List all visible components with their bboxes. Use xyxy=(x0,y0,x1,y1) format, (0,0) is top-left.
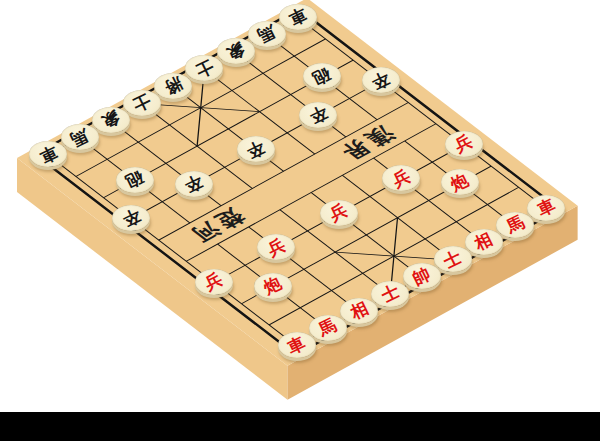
outer-border xyxy=(35,9,559,355)
piece-red-soldier[interactable]: 兵 xyxy=(445,131,483,157)
piece-character: 士 xyxy=(193,57,216,80)
piece-red-chariot[interactable]: 車 xyxy=(278,332,316,358)
piece-black-soldier[interactable]: 卒 xyxy=(237,136,275,162)
xiangqi-board[interactable]: 楚河漢界 xyxy=(17,0,578,366)
piece-character: 兵 xyxy=(203,270,226,293)
piece-character: 兵 xyxy=(452,133,475,156)
piece-black-horse[interactable]: 馬 xyxy=(61,124,99,150)
piece-black-soldier[interactable]: 卒 xyxy=(362,67,400,93)
piece-character: 象 xyxy=(99,109,122,132)
piece-character: 士 xyxy=(131,91,154,114)
piece-character: 炮 xyxy=(449,171,472,194)
piece-character: 象 xyxy=(224,40,247,63)
piece-character: 帥 xyxy=(410,265,433,288)
piece-character: 車 xyxy=(287,5,310,28)
piece-character: 卒 xyxy=(182,172,205,195)
piece-black-advisor[interactable]: 士 xyxy=(123,90,161,116)
piece-character: 炮 xyxy=(261,274,284,297)
piece-character: 車 xyxy=(37,143,60,166)
piece-character: 卒 xyxy=(369,69,392,92)
piece-black-horse[interactable]: 馬 xyxy=(248,21,286,47)
river-label-right: 漢界 xyxy=(332,122,402,165)
piece-red-advisor[interactable]: 士 xyxy=(371,281,409,307)
piece-character: 馬 xyxy=(68,126,91,149)
piece-character: 卒 xyxy=(120,207,143,230)
piece-black-soldier[interactable]: 卒 xyxy=(112,205,150,231)
piece-character: 相 xyxy=(348,299,371,322)
piece-red-cannon[interactable]: 炮 xyxy=(254,273,292,299)
piece-black-elephant[interactable]: 象 xyxy=(92,107,130,133)
piece-character: 馬 xyxy=(504,213,527,236)
piece-black-chariot[interactable]: 車 xyxy=(279,4,317,30)
piece-red-general[interactable]: 帥 xyxy=(403,263,441,289)
piece-black-general[interactable]: 將 xyxy=(154,73,192,99)
piece-character: 兵 xyxy=(265,236,288,259)
piece-character: 相 xyxy=(473,231,496,254)
piece-black-elephant[interactable]: 象 xyxy=(217,38,255,64)
piece-character: 卒 xyxy=(307,103,330,126)
piece-black-soldier[interactable]: 卒 xyxy=(175,171,213,197)
piece-character: 士 xyxy=(379,282,402,305)
piece-red-horse[interactable]: 馬 xyxy=(496,212,534,238)
board-grid-lines: 楚河漢界 xyxy=(17,0,578,366)
piece-red-elephant[interactable]: 相 xyxy=(465,229,503,255)
piece-character: 士 xyxy=(441,248,464,271)
piece-character: 兵 xyxy=(327,201,350,224)
piece-red-elephant[interactable]: 相 xyxy=(340,298,378,324)
piece-character: 砲 xyxy=(311,65,334,88)
piece-red-soldier[interactable]: 兵 xyxy=(320,200,358,226)
piece-character: 馬 xyxy=(317,317,340,340)
piece-character: 卒 xyxy=(245,138,268,161)
piece-character: 車 xyxy=(285,334,308,357)
bottom-bar xyxy=(0,412,600,441)
piece-red-soldier[interactable]: 兵 xyxy=(195,269,233,295)
piece-character: 車 xyxy=(535,196,558,219)
piece-character: 馬 xyxy=(255,23,278,46)
scene: 楚河漢界 車馬象士將士象馬車砲砲卒卒卒卒卒兵兵兵兵兵炮炮車馬相士帥士相馬車 xyxy=(0,0,600,441)
piece-red-advisor[interactable]: 士 xyxy=(434,246,472,272)
piece-black-soldier[interactable]: 卒 xyxy=(299,102,337,128)
river-label-left: 楚河 xyxy=(182,205,252,248)
piece-red-chariot[interactable]: 車 xyxy=(527,195,565,221)
piece-character: 兵 xyxy=(390,167,413,190)
piece-character: 砲 xyxy=(123,168,146,191)
piece-black-cannon[interactable]: 砲 xyxy=(116,167,154,193)
piece-character: 將 xyxy=(162,74,185,97)
piece-red-horse[interactable]: 馬 xyxy=(309,315,347,341)
